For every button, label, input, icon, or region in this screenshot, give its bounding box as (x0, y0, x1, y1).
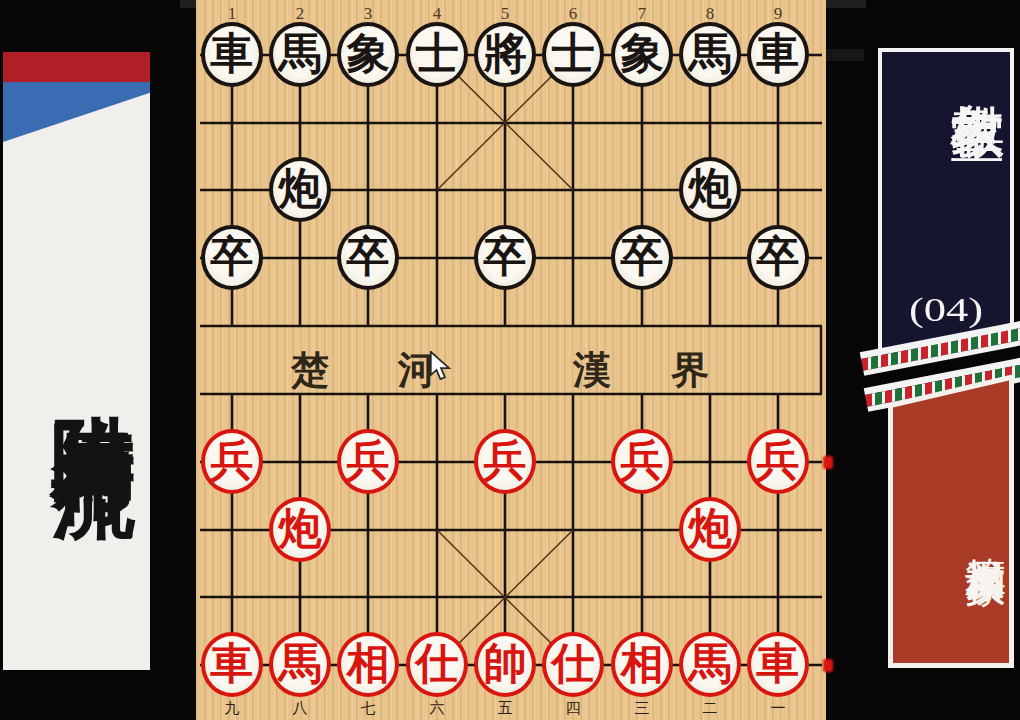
file-label-bottom-8: 二 (700, 699, 720, 718)
file-label-top-2: 2 (291, 4, 309, 24)
right-top-banner-title: 象棋教室 (878, 60, 1014, 64)
file-label-bottom-4: 六 (427, 699, 447, 718)
piece-red-仕-f6r10[interactable]: 仕 (542, 632, 604, 697)
piece-black-象-f3r1[interactable]: 象 (337, 22, 399, 87)
piece-black-卒-f7r4[interactable]: 卒 (611, 225, 673, 290)
piece-red-車-f9r10[interactable]: 車 (747, 632, 809, 697)
edge-artifact-black (826, 49, 864, 61)
file-label-bottom-2: 八 (290, 699, 310, 718)
file-label-bottom-9: 一 (768, 699, 788, 718)
piece-black-馬-f8r1[interactable]: 馬 (679, 22, 741, 87)
right-bottom-banner: 象棋布局谋篇 (888, 374, 1014, 668)
file-label-top-5: 5 (496, 4, 514, 24)
file-label-top-7: 7 (633, 4, 651, 24)
piece-black-卒-f5r4[interactable]: 卒 (474, 225, 536, 290)
river-label-chu: 楚 (289, 345, 331, 396)
left-title-banner: 流行布局与陷阱 (3, 52, 150, 670)
right-bottom-banner-text: 象棋布局谋篇 (888, 410, 1014, 660)
piece-red-車-f1r10[interactable]: 車 (201, 632, 263, 697)
file-label-bottom-3: 七 (358, 699, 378, 718)
file-label-top-6: 6 (564, 4, 582, 24)
piece-black-卒-f9r4[interactable]: 卒 (747, 225, 809, 290)
piece-red-兵-f9r7[interactable]: 兵 (747, 429, 809, 494)
river-label-jie: 界 (669, 345, 711, 396)
piece-red-兵-f5r7[interactable]: 兵 (474, 429, 536, 494)
piece-red-兵-f1r7[interactable]: 兵 (201, 429, 263, 494)
piece-black-卒-f1r4[interactable]: 卒 (201, 225, 263, 290)
piece-red-相-f7r10[interactable]: 相 (611, 632, 673, 697)
file-label-bottom-6: 四 (563, 699, 583, 718)
file-label-top-4: 4 (428, 4, 446, 24)
file-label-top-8: 8 (701, 4, 719, 24)
file-label-top-3: 3 (359, 4, 377, 24)
left-banner-text: 流行布局与陷阱 (3, 98, 150, 670)
piece-black-卒-f3r4[interactable]: 卒 (337, 225, 399, 290)
file-label-bottom-7: 三 (632, 699, 652, 718)
piece-red-相-f3r10[interactable]: 相 (337, 632, 399, 697)
river-label-han: 漢 (571, 345, 613, 396)
piece-red-炮-f8r8[interactable]: 炮 (679, 497, 741, 562)
xiangqi-video-frame: 123456789 九八七六五四三二一 楚河漢界 車馬象士將士象馬車炮炮卒卒卒卒… (0, 0, 1020, 720)
piece-black-車-f9r1[interactable]: 車 (747, 22, 809, 87)
edge-artifact-red-1 (823, 456, 833, 469)
piece-black-馬-f2r1[interactable]: 馬 (269, 22, 331, 87)
piece-red-馬-f8r10[interactable]: 馬 (679, 632, 741, 697)
piece-black-象-f7r1[interactable]: 象 (611, 22, 673, 87)
piece-black-將-f5r1[interactable]: 將 (474, 22, 536, 87)
piece-red-仕-f4r10[interactable]: 仕 (406, 632, 468, 697)
piece-red-帥-f5r10[interactable]: 帥 (474, 632, 536, 697)
piece-red-馬-f2r10[interactable]: 馬 (269, 632, 331, 697)
edge-artifact-red-2 (823, 659, 833, 672)
file-label-bottom-5: 五 (495, 699, 515, 718)
right-top-banner-number: (04) (854, 292, 1020, 329)
piece-red-炮-f2r8[interactable]: 炮 (269, 497, 331, 562)
right-top-banner: 象棋教室 (04) (878, 48, 1014, 366)
piece-black-士-f6r1[interactable]: 士 (542, 22, 604, 87)
piece-red-兵-f7r7[interactable]: 兵 (611, 429, 673, 494)
piece-black-士-f4r1[interactable]: 士 (406, 22, 468, 87)
piece-black-炮-f8r3[interactable]: 炮 (679, 157, 741, 222)
file-label-top-1: 1 (223, 4, 241, 24)
piece-black-車-f1r1[interactable]: 車 (201, 22, 263, 87)
mouse-cursor (429, 351, 455, 383)
piece-red-兵-f3r7[interactable]: 兵 (337, 429, 399, 494)
file-label-top-9: 9 (769, 4, 787, 24)
piece-black-炮-f2r3[interactable]: 炮 (269, 157, 331, 222)
file-label-bottom-1: 九 (222, 699, 242, 718)
banner-red-bar (3, 52, 150, 82)
